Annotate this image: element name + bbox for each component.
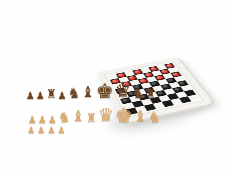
dark-chess-queen: ♛ (115, 83, 131, 100)
light-chess-rook: ♜ (86, 113, 97, 124)
dark-chess-pawn: ♟ (58, 91, 67, 100)
dark-chess-pawn: ♟ (36, 91, 45, 100)
light-chess-pawn: ♟ (48, 115, 57, 124)
light-chess-pawn: ♟ (57, 126, 65, 134)
dark-chess-knight: ♞ (132, 87, 145, 100)
light-chess-queen: ♛ (98, 107, 114, 124)
dark-chess-pieces-row: ♟♟♜♟♞♝♚♛♞♜ (26, 62, 116, 100)
light-chess-pawn: ♟ (28, 115, 37, 124)
dark-chess-rook: ♜ (46, 89, 57, 100)
dark-chess-bishop: ♝ (81, 86, 94, 100)
light-chess-knight: ♞ (58, 111, 71, 124)
light-chess-king: ♚ (115, 106, 133, 124)
dark-chess-rook: ♜ (145, 89, 156, 100)
light-chess-pawn: ♟ (47, 126, 55, 134)
light-chess-pawn: ♟ (38, 115, 47, 124)
light-chess-pawn: ♟ (37, 126, 45, 134)
light-chess-pawn: ♟ (27, 126, 35, 134)
chess-pieces-group: ♟♟♜♟♞♝♚♛♞♜ ♟♟♟♞♝♜♛♚♝♞ ♟♟♟♟ (26, 62, 116, 134)
light-chess-bishop: ♝ (134, 110, 147, 124)
light-chess-knight: ♞ (148, 111, 161, 124)
dark-chess-king: ♚ (96, 82, 114, 100)
dark-chess-knight: ♞ (68, 87, 81, 100)
dark-chess-pawn: ♟ (26, 91, 35, 100)
product-photo: ♟♟♜♟♞♝♚♛♞♜ ♟♟♟♞♝♜♛♚♝♞ ♟♟♟♟ (0, 0, 230, 175)
light-chess-bishop: ♝ (71, 110, 84, 124)
